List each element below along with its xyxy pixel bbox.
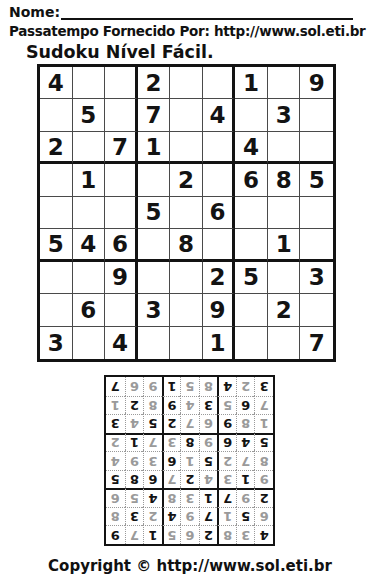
cell-r4c3[interactable] [105,164,138,196]
cell-r4c4[interactable] [138,164,171,196]
solution-cell-r9c5: 5 [180,377,199,396]
cell-r4c9[interactable]: 5 [300,164,333,196]
solution-cell-r1c5: 6 [180,525,199,544]
cell-r1c7[interactable]: 1 [235,67,268,99]
solution-cell-r1c7: 1 [143,525,162,544]
cell-r2c9[interactable] [300,99,333,131]
solution-cell-r9c9: 7 [106,377,125,396]
solution-cell-r3c6: 8 [162,488,181,507]
solution-cell-r8c8: 2 [125,396,144,415]
cell-r4c6[interactable] [203,164,236,196]
cell-r2c4[interactable]: 7 [138,99,171,131]
solution-cell-r7c7: 5 [143,414,162,433]
cell-r9c3[interactable]: 4 [105,327,138,359]
solution-cell-r5c2: 7 [236,451,255,470]
cell-r4c8[interactable]: 8 [268,164,301,196]
solution-cell-r4c1: 9 [254,470,273,489]
name-blank-line[interactable] [61,3,353,20]
cell-r7c4[interactable] [138,262,171,294]
cell-r7c3[interactable]: 9 [105,262,138,294]
solution-cell-r5c4: 5 [199,451,218,470]
solution-cell-r6c7: 7 [143,433,162,452]
solution-cell-r5c8: 9 [125,451,144,470]
solution-cell-r1c9: 9 [106,525,125,544]
solution-cell-r9c7: 9 [143,377,162,396]
cell-r3c3[interactable]: 7 [105,132,138,164]
cell-r1c9[interactable]: 9 [300,67,333,99]
cell-r7c2[interactable] [73,262,106,294]
solution-cell-r5c7: 3 [143,451,162,470]
solution-cell-r3c3: 7 [217,488,236,507]
solution-cell-r1c6: 5 [162,525,181,544]
cell-r9c6[interactable]: 1 [203,327,236,359]
cell-r1c1[interactable]: 4 [40,67,73,99]
cell-r1c5[interactable] [170,67,203,99]
solution-cell-r5c5: 1 [180,451,199,470]
solution-cell-r4c9: 5 [106,470,125,489]
sudoku-board: 421957432714126855654681925363923417 [37,64,336,362]
cell-r2c3[interactable] [105,99,138,131]
cell-r2c6[interactable]: 4 [203,99,236,131]
name-label: Nome: [9,4,60,20]
cell-r4c7[interactable]: 6 [235,164,268,196]
cell-r5c7[interactable] [235,197,268,229]
solution-cell-r8c7: 8 [143,396,162,415]
sudoku-solution-board: 4382651796517942382971384569134276858725… [104,375,275,546]
solution-cell-r7c5: 7 [180,414,199,433]
cell-r7c8[interactable] [268,262,301,294]
cell-r1c8[interactable] [268,67,301,99]
cell-r3c2[interactable] [73,132,106,164]
cell-r5c5[interactable] [170,197,203,229]
cell-r1c4[interactable]: 2 [138,67,171,99]
solution-cell-r3c7: 4 [143,488,162,507]
solution-cell-r8c3: 5 [217,396,236,415]
solution-cell-r6c6: 3 [162,433,181,452]
cell-r4c5[interactable]: 2 [170,164,203,196]
cell-r5c6[interactable]: 6 [203,197,236,229]
cell-r2c1[interactable] [40,99,73,131]
solution-cell-r7c9: 3 [106,414,125,433]
page-title: Sudoku Nível Fácil. [26,43,371,62]
solution-cell-r9c3: 4 [217,377,236,396]
cell-r9c2[interactable] [73,327,106,359]
cell-r4c1[interactable] [40,164,73,196]
cell-r6c7[interactable] [235,229,268,261]
cell-r1c6[interactable] [203,67,236,99]
cell-r6c2[interactable]: 4 [73,229,106,261]
cell-r3c6[interactable] [203,132,236,164]
cell-r6c6[interactable] [203,229,236,261]
cell-r8c9[interactable] [300,294,333,326]
cell-r9c4[interactable] [138,327,171,359]
cell-r1c3[interactable] [105,67,138,99]
solution-cell-r9c1: 3 [254,377,273,396]
cell-r8c7[interactable] [235,294,268,326]
solution-cell-r2c7: 2 [143,507,162,526]
cell-r2c2[interactable]: 5 [73,99,106,131]
solution-cell-r9c2: 2 [236,377,255,396]
cell-r2c8[interactable]: 3 [268,99,301,131]
cell-r1c2[interactable] [73,67,106,99]
solution-cell-r2c4: 7 [199,507,218,526]
solution-cell-r4c5: 2 [180,470,199,489]
solution-cell-r3c2: 9 [236,488,255,507]
solution-cell-r7c1: 1 [254,414,273,433]
solution-cell-r4c6: 7 [162,470,181,489]
solution-cell-r6c4: 9 [199,433,218,452]
cell-r5c3[interactable] [105,197,138,229]
cell-r8c2[interactable]: 6 [73,294,106,326]
solution-cell-r8c6: 9 [162,396,181,415]
solution-cell-r2c9: 8 [106,507,125,526]
cell-r9c9[interactable]: 7 [300,327,333,359]
cell-r8c5[interactable] [170,294,203,326]
solution-cell-r2c8: 3 [125,507,144,526]
solution-cell-r1c1: 4 [254,525,273,544]
cell-r5c2[interactable] [73,197,106,229]
solution-cell-r6c2: 4 [236,433,255,452]
cell-r7c9[interactable]: 3 [300,262,333,294]
cell-r7c1[interactable] [40,262,73,294]
solution-cell-r5c1: 8 [254,451,273,470]
solution-cell-r1c3: 8 [217,525,236,544]
solution-cell-r6c8: 1 [125,433,144,452]
cell-r3c8[interactable] [268,132,301,164]
solution-cell-r3c9: 6 [106,488,125,507]
solution-cell-r8c1: 7 [254,396,273,415]
page-header: Nome: Passatempo Fornecido Por: http://w… [9,3,371,62]
cell-r8c8[interactable]: 2 [268,294,301,326]
cell-r5c1[interactable] [40,197,73,229]
cell-r5c4[interactable]: 5 [138,197,171,229]
solution-cell-r9c6: 1 [162,377,181,396]
solution-cell-r4c7: 6 [143,470,162,489]
solution-cell-r3c8: 5 [125,488,144,507]
solution-cell-r2c2: 5 [236,507,255,526]
cell-r5c8[interactable] [268,197,301,229]
solution-cell-r3c4: 1 [199,488,218,507]
solution-cell-r6c9: 2 [106,433,125,452]
cell-r6c5[interactable]: 8 [170,229,203,261]
solution-cell-r2c3: 1 [217,507,236,526]
cell-r6c9[interactable] [300,229,333,261]
solution-cell-r7c3: 9 [217,414,236,433]
cell-r9c8[interactable] [268,327,301,359]
solution-cell-r7c8: 4 [125,414,144,433]
solution-cell-r8c5: 4 [180,396,199,415]
solution-cell-r2c6: 4 [162,507,181,526]
solution-cell-r1c8: 7 [125,525,144,544]
cell-r3c4[interactable]: 1 [138,132,171,164]
cell-r6c4[interactable] [138,229,171,261]
cell-r3c1[interactable]: 2 [40,132,73,164]
solution-cell-r8c4: 3 [199,396,218,415]
cell-r3c7[interactable]: 4 [235,132,268,164]
solution-cell-r2c1: 6 [254,507,273,526]
solution-cell-r6c3: 6 [217,433,236,452]
solution-cell-r9c4: 8 [199,377,218,396]
solution-cell-r4c4: 4 [199,470,218,489]
solution-cell-r5c3: 2 [217,451,236,470]
cell-r7c5[interactable] [170,262,203,294]
copyright-text: Copyright © http://www.sol.eti.br [0,557,380,575]
solution-cell-r5c6: 6 [162,451,181,470]
solution-cell-r6c1: 5 [254,433,273,452]
solution-cell-r1c4: 2 [199,525,218,544]
solution-cell-r9c8: 6 [125,377,144,396]
solution-cell-r3c5: 3 [180,488,199,507]
solution-cell-r2c5: 9 [180,507,199,526]
solution-cell-r4c3: 3 [217,470,236,489]
cell-r3c5[interactable] [170,132,203,164]
cell-r9c7[interactable] [235,327,268,359]
cell-r8c4[interactable]: 3 [138,294,171,326]
solution-cell-r3c1: 2 [254,488,273,507]
solution-cell-r4c2: 1 [236,470,255,489]
solution-cell-r7c6: 2 [162,414,181,433]
cell-r9c5[interactable] [170,327,203,359]
solution-cell-r4c8: 8 [125,470,144,489]
cell-r6c1[interactable]: 5 [40,229,73,261]
cell-r6c3[interactable]: 6 [105,229,138,261]
cell-r6c8[interactable]: 1 [268,229,301,261]
cell-r5c9[interactable] [300,197,333,229]
cell-r7c6[interactable]: 2 [203,262,236,294]
provider-line: Passatempo Fornecido Por: http://www.sol… [9,24,371,39]
solution-cell-r6c5: 8 [180,433,199,452]
solution-cell-r5c9: 4 [106,451,125,470]
cell-r8c6[interactable]: 9 [203,294,236,326]
cell-r8c1[interactable] [40,294,73,326]
cell-r4c2[interactable]: 1 [73,164,106,196]
cell-r2c7[interactable] [235,99,268,131]
solution-cell-r1c2: 3 [236,525,255,544]
solution-cell-r7c2: 8 [236,414,255,433]
solution-cell-r8c2: 6 [236,396,255,415]
solution-cell-r7c4: 6 [199,414,218,433]
cell-r9c1[interactable]: 3 [40,327,73,359]
cell-r3c9[interactable] [300,132,333,164]
solution-cell-r8c9: 1 [106,396,125,415]
cell-r7c7[interactable]: 5 [235,262,268,294]
name-row: Nome: [9,3,371,20]
cell-r2c5[interactable] [170,99,203,131]
cell-r8c3[interactable] [105,294,138,326]
